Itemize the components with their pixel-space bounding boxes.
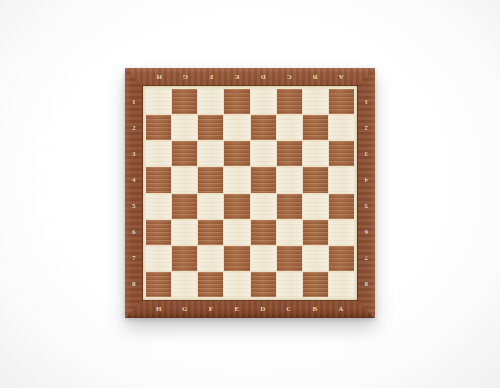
file-label-top-H: H bbox=[146, 68, 172, 86]
square-a6 bbox=[329, 220, 354, 245]
square-d1 bbox=[251, 89, 276, 114]
square-e2 bbox=[224, 115, 249, 140]
square-b2 bbox=[303, 115, 328, 140]
square-g8 bbox=[172, 272, 197, 297]
square-d2 bbox=[251, 115, 276, 140]
square-e4 bbox=[224, 167, 249, 192]
square-f3 bbox=[198, 141, 223, 166]
square-c7 bbox=[277, 246, 302, 271]
file-label-top-F: F bbox=[198, 68, 224, 86]
file-label-bottom-C: C bbox=[276, 300, 302, 318]
rank-label-left-2: 2 bbox=[125, 115, 143, 141]
square-f6 bbox=[198, 220, 223, 245]
rank-label-right-5: 5 bbox=[357, 193, 375, 219]
square-g5 bbox=[172, 194, 197, 219]
square-e7 bbox=[224, 246, 249, 271]
rank-labels-right: 12345678 bbox=[357, 89, 375, 297]
square-e1 bbox=[224, 89, 249, 114]
square-f5 bbox=[198, 194, 223, 219]
square-b8 bbox=[303, 272, 328, 297]
square-h1 bbox=[146, 89, 171, 114]
file-label-bottom-B: B bbox=[302, 300, 328, 318]
file-label-top-G: G bbox=[172, 68, 198, 86]
square-e8 bbox=[224, 272, 249, 297]
square-c1 bbox=[277, 89, 302, 114]
rank-label-left-4: 4 bbox=[125, 167, 143, 193]
square-f8 bbox=[198, 272, 223, 297]
file-label-bottom-D: D bbox=[250, 300, 276, 318]
square-e6 bbox=[224, 220, 249, 245]
square-b5 bbox=[303, 194, 328, 219]
square-f7 bbox=[198, 246, 223, 271]
rank-label-left-7: 7 bbox=[125, 245, 143, 271]
square-a8 bbox=[329, 272, 354, 297]
square-h2 bbox=[146, 115, 171, 140]
square-d7 bbox=[251, 246, 276, 271]
square-d3 bbox=[251, 141, 276, 166]
square-e5 bbox=[224, 194, 249, 219]
square-h6 bbox=[146, 220, 171, 245]
square-a3 bbox=[329, 141, 354, 166]
square-b7 bbox=[303, 246, 328, 271]
square-b4 bbox=[303, 167, 328, 192]
file-label-bottom-H: H bbox=[146, 300, 172, 318]
square-f2 bbox=[198, 115, 223, 140]
file-label-top-C: C bbox=[276, 68, 302, 86]
square-f4 bbox=[198, 167, 223, 192]
square-d6 bbox=[251, 220, 276, 245]
file-labels-bottom: HGFEDCBA bbox=[146, 300, 354, 318]
square-a1 bbox=[329, 89, 354, 114]
square-c3 bbox=[277, 141, 302, 166]
square-d4 bbox=[251, 167, 276, 192]
square-d5 bbox=[251, 194, 276, 219]
square-d8 bbox=[251, 272, 276, 297]
rank-label-right-3: 3 bbox=[357, 141, 375, 167]
square-a2 bbox=[329, 115, 354, 140]
square-g3 bbox=[172, 141, 197, 166]
rank-label-left-6: 6 bbox=[125, 219, 143, 245]
square-h8 bbox=[146, 272, 171, 297]
square-c2 bbox=[277, 115, 302, 140]
rank-labels-left: 12345678 bbox=[125, 89, 143, 297]
rank-label-left-5: 5 bbox=[125, 193, 143, 219]
square-f1 bbox=[198, 89, 223, 114]
file-label-top-A: A bbox=[328, 68, 354, 86]
rank-label-left-3: 3 bbox=[125, 141, 143, 167]
rank-label-right-8: 8 bbox=[357, 271, 375, 297]
file-label-top-E: E bbox=[224, 68, 250, 86]
file-label-bottom-F: F bbox=[198, 300, 224, 318]
rank-label-left-8: 8 bbox=[125, 271, 143, 297]
rank-label-right-2: 2 bbox=[357, 115, 375, 141]
file-label-top-B: B bbox=[302, 68, 328, 86]
chess-board: HGFEDCBA HGFEDCBA 12345678 12345678 bbox=[125, 68, 375, 318]
rank-label-right-1: 1 bbox=[357, 89, 375, 115]
square-g1 bbox=[172, 89, 197, 114]
square-g2 bbox=[172, 115, 197, 140]
rank-label-right-6: 6 bbox=[357, 219, 375, 245]
photo-background: HGFEDCBA HGFEDCBA 12345678 12345678 bbox=[0, 0, 500, 388]
square-a4 bbox=[329, 167, 354, 192]
rank-label-right-4: 4 bbox=[357, 167, 375, 193]
square-h4 bbox=[146, 167, 171, 192]
square-g6 bbox=[172, 220, 197, 245]
file-label-bottom-E: E bbox=[224, 300, 250, 318]
board-squares bbox=[146, 89, 354, 297]
square-h5 bbox=[146, 194, 171, 219]
square-a7 bbox=[329, 246, 354, 271]
square-a5 bbox=[329, 194, 354, 219]
file-label-bottom-A: A bbox=[328, 300, 354, 318]
square-h3 bbox=[146, 141, 171, 166]
rank-label-left-1: 1 bbox=[125, 89, 143, 115]
square-h7 bbox=[146, 246, 171, 271]
square-c4 bbox=[277, 167, 302, 192]
square-c6 bbox=[277, 220, 302, 245]
file-label-top-D: D bbox=[250, 68, 276, 86]
square-e3 bbox=[224, 141, 249, 166]
board-inner-margin bbox=[143, 86, 357, 300]
file-labels-top: HGFEDCBA bbox=[146, 68, 354, 86]
square-b1 bbox=[303, 89, 328, 114]
square-c8 bbox=[277, 272, 302, 297]
square-b3 bbox=[303, 141, 328, 166]
square-c5 bbox=[277, 194, 302, 219]
square-g7 bbox=[172, 246, 197, 271]
rank-label-right-7: 7 bbox=[357, 245, 375, 271]
square-g4 bbox=[172, 167, 197, 192]
square-b6 bbox=[303, 220, 328, 245]
file-label-bottom-G: G bbox=[172, 300, 198, 318]
